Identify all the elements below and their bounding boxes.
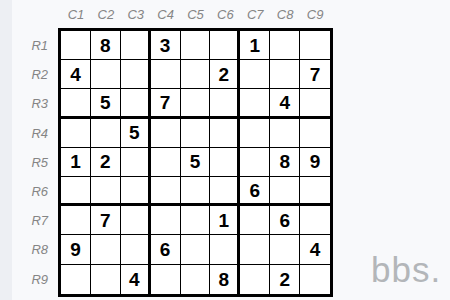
cell-R4C3: 5 xyxy=(121,119,151,148)
cell-R1C8 xyxy=(270,31,300,60)
row-label-R7: R7 xyxy=(0,206,55,235)
cell-R8C7 xyxy=(240,235,270,264)
cell-R2C1: 4 xyxy=(61,60,91,89)
row-label-R3: R3 xyxy=(0,89,55,118)
cell-R5C1: 1 xyxy=(61,148,91,177)
cell-R7C4 xyxy=(151,206,181,235)
cell-R8C2 xyxy=(91,235,121,264)
cell-R3C2: 5 xyxy=(91,89,121,118)
cell-R2C8 xyxy=(270,60,300,89)
row-label-R2: R2 xyxy=(0,60,55,89)
cell-R1C2: 8 xyxy=(91,31,121,60)
cell-R9C1 xyxy=(61,265,91,294)
cell-R6C7: 6 xyxy=(240,177,270,206)
cell-R4C4 xyxy=(151,119,181,148)
col-label-C6: C6 xyxy=(210,5,240,25)
cell-R6C1 xyxy=(61,177,91,206)
col-label-C9: C9 xyxy=(300,5,330,25)
col-label-C5: C5 xyxy=(181,5,211,25)
cell-R8C9: 4 xyxy=(300,235,330,264)
cell-R4C2 xyxy=(91,119,121,148)
cell-R3C6 xyxy=(210,89,240,118)
cell-R1C6 xyxy=(210,31,240,60)
cell-R4C1 xyxy=(61,119,91,148)
cell-R4C8 xyxy=(270,119,300,148)
col-label-C7: C7 xyxy=(240,5,270,25)
col-label-C2: C2 xyxy=(91,5,121,25)
cell-R8C5 xyxy=(181,235,211,264)
cell-R6C6 xyxy=(210,177,240,206)
cell-R3C9 xyxy=(300,89,330,118)
cell-R6C5 xyxy=(181,177,211,206)
cell-R1C4: 3 xyxy=(151,31,181,60)
col-label-C1: C1 xyxy=(61,5,91,25)
cell-R2C2 xyxy=(91,60,121,89)
cell-R5C9: 9 xyxy=(300,148,330,177)
cell-R3C5 xyxy=(181,89,211,118)
row-label-R4: R4 xyxy=(0,119,55,148)
cell-R2C5 xyxy=(181,60,211,89)
sudoku-diagram: C1C2C3C4C5C6C7C8C9 R1R2R3R4R5R6R7R8R9 83… xyxy=(0,0,450,300)
cell-R3C4: 7 xyxy=(151,89,181,118)
cell-R8C3 xyxy=(121,235,151,264)
cell-R3C3 xyxy=(121,89,151,118)
cell-R5C7 xyxy=(240,148,270,177)
cell-R6C2 xyxy=(91,177,121,206)
cell-R2C7 xyxy=(240,60,270,89)
sudoku-board: 8314275745125896716964482 xyxy=(58,28,333,297)
cell-R9C4 xyxy=(151,265,181,294)
cell-R1C3 xyxy=(121,31,151,60)
cell-R6C4 xyxy=(151,177,181,206)
col-label-C8: C8 xyxy=(270,5,300,25)
cell-R9C7 xyxy=(240,265,270,294)
cell-R7C7 xyxy=(240,206,270,235)
column-labels: C1C2C3C4C5C6C7C8C9 xyxy=(61,5,330,25)
cell-R2C6: 2 xyxy=(210,60,240,89)
cell-R5C4 xyxy=(151,148,181,177)
cell-R2C3 xyxy=(121,60,151,89)
row-labels: R1R2R3R4R5R6R7R8R9 xyxy=(0,31,55,294)
watermark-text: bbs. xyxy=(371,250,441,290)
cell-R8C1: 9 xyxy=(61,235,91,264)
cell-R5C2: 2 xyxy=(91,148,121,177)
cell-R6C9 xyxy=(300,177,330,206)
row-label-R1: R1 xyxy=(0,31,55,60)
cell-R9C6: 8 xyxy=(210,265,240,294)
cell-R4C7 xyxy=(240,119,270,148)
cell-R3C1 xyxy=(61,89,91,118)
cell-R9C2 xyxy=(91,265,121,294)
cell-R7C5 xyxy=(181,206,211,235)
cell-R3C8: 4 xyxy=(270,89,300,118)
row-label-R6: R6 xyxy=(0,177,55,206)
cell-R1C7: 1 xyxy=(240,31,270,60)
cell-R4C9 xyxy=(300,119,330,148)
cell-R5C6 xyxy=(210,148,240,177)
cell-R8C6 xyxy=(210,235,240,264)
row-label-R9: R9 xyxy=(0,265,55,294)
cell-R9C9 xyxy=(300,265,330,294)
cell-R1C5 xyxy=(181,31,211,60)
cell-R2C4 xyxy=(151,60,181,89)
cell-R6C3 xyxy=(121,177,151,206)
cell-R7C9 xyxy=(300,206,330,235)
cell-R8C8 xyxy=(270,235,300,264)
cell-R9C8: 2 xyxy=(270,265,300,294)
cell-R2C9: 7 xyxy=(300,60,330,89)
row-label-R8: R8 xyxy=(0,235,55,264)
cell-R3C7 xyxy=(240,89,270,118)
cell-R7C1 xyxy=(61,206,91,235)
col-label-C4: C4 xyxy=(151,5,181,25)
cell-R5C8: 8 xyxy=(270,148,300,177)
cell-R9C5 xyxy=(181,265,211,294)
cell-R5C3 xyxy=(121,148,151,177)
cell-R1C1 xyxy=(61,31,91,60)
cell-R5C5: 5 xyxy=(181,148,211,177)
cell-R7C2: 7 xyxy=(91,206,121,235)
col-label-C3: C3 xyxy=(121,5,151,25)
cell-R1C9 xyxy=(300,31,330,60)
cell-R4C5 xyxy=(181,119,211,148)
cell-R4C6 xyxy=(210,119,240,148)
cell-R7C3 xyxy=(121,206,151,235)
cell-R7C6: 1 xyxy=(210,206,240,235)
row-label-R5: R5 xyxy=(0,148,55,177)
cell-R8C4: 6 xyxy=(151,235,181,264)
cell-R6C8 xyxy=(270,177,300,206)
cell-R7C8: 6 xyxy=(270,206,300,235)
cell-R9C3: 4 xyxy=(121,265,151,294)
